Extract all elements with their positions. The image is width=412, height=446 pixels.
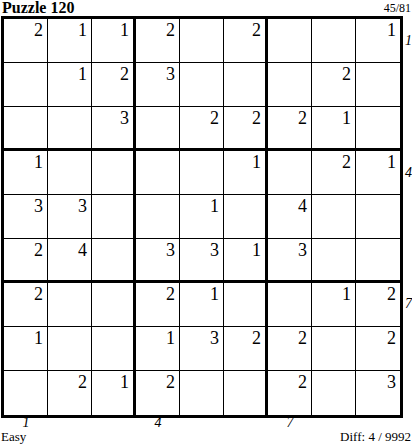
cell-r5c6[interactable] [224,195,268,239]
cell-r3c2[interactable] [48,107,92,151]
difficulty-label: Easy [1,430,26,443]
cell-r6c5[interactable]: 3 [180,239,224,283]
cell-r3c4[interactable] [136,107,180,151]
cell-r8c3[interactable] [92,327,136,371]
cell-r8c5[interactable]: 3 [180,327,224,371]
cell-r7c6[interactable] [224,283,268,327]
cell-r1c5[interactable] [180,19,224,63]
cell-r1c8[interactable] [312,19,356,63]
cell-r3c5[interactable]: 2 [180,107,224,151]
difficulty-stat: Diff: 4 / 9992 [340,430,411,443]
cell-r6c2[interactable]: 4 [48,239,92,283]
cell-r9c8[interactable] [312,371,356,415]
col-label-1: 1 [4,416,48,430]
cell-r7c7[interactable] [268,283,312,327]
cell-r6c9[interactable] [356,239,400,283]
sudoku-board: 2112211232322211121331424331322112113222… [1,16,403,418]
cell-r5c1[interactable]: 3 [4,195,48,239]
cell-r9c6[interactable] [224,371,268,415]
cell-r9c1[interactable] [4,371,48,415]
cell-r1c1[interactable]: 2 [4,19,48,63]
cell-r5c8[interactable] [312,195,356,239]
cell-r3c1[interactable] [4,107,48,151]
row-label-4: 4 [405,166,412,180]
cell-r4c8[interactable]: 2 [312,151,356,195]
cell-r9c2[interactable]: 2 [48,371,92,415]
cell-r3c7[interactable]: 2 [268,107,312,151]
cell-r4c1[interactable]: 1 [4,151,48,195]
cell-r9c9[interactable]: 3 [356,371,400,415]
cell-r1c9[interactable]: 1 [356,19,400,63]
cell-r2c6[interactable] [224,63,268,107]
cell-r8c9[interactable]: 2 [356,327,400,371]
cell-r4c9[interactable]: 1 [356,151,400,195]
row-label-7: 7 [405,297,412,311]
cell-r3c3[interactable]: 3 [92,107,136,151]
cell-r2c9[interactable] [356,63,400,107]
cell-r2c8[interactable]: 2 [312,63,356,107]
cell-r7c1[interactable]: 2 [4,283,48,327]
puzzle-page: Puzzle 120 45/81 21122112323222111213314… [0,0,412,446]
cell-r8c1[interactable]: 1 [4,327,48,371]
col-label-7: 7 [268,416,312,430]
cell-r8c4[interactable]: 1 [136,327,180,371]
cell-r5c9[interactable] [356,195,400,239]
cell-r4c3[interactable] [92,151,136,195]
cell-r6c1[interactable]: 2 [4,239,48,283]
cell-r5c5[interactable]: 1 [180,195,224,239]
cell-r4c5[interactable] [180,151,224,195]
cell-r4c7[interactable] [268,151,312,195]
cell-r2c5[interactable] [180,63,224,107]
cell-r4c6[interactable]: 1 [224,151,268,195]
cell-r5c2[interactable]: 3 [48,195,92,239]
cell-r6c8[interactable] [312,239,356,283]
cell-r2c2[interactable]: 1 [48,63,92,107]
cell-r8c6[interactable]: 2 [224,327,268,371]
cell-r5c7[interactable]: 4 [268,195,312,239]
cell-r7c9[interactable]: 2 [356,283,400,327]
cell-r1c7[interactable] [268,19,312,63]
row-label-1: 1 [405,34,412,48]
clue-count: 45/81 [384,2,411,14]
cell-r8c2[interactable] [48,327,92,371]
cell-r3c9[interactable] [356,107,400,151]
cell-r7c2[interactable] [48,283,92,327]
cell-r6c7[interactable]: 3 [268,239,312,283]
cell-r7c8[interactable]: 1 [312,283,356,327]
cell-r1c2[interactable]: 1 [48,19,92,63]
cell-r6c3[interactable] [92,239,136,283]
cell-r9c5[interactable] [180,371,224,415]
cell-r2c4[interactable]: 3 [136,63,180,107]
cell-r8c8[interactable] [312,327,356,371]
cell-r2c1[interactable] [4,63,48,107]
cell-r3c6[interactable]: 2 [224,107,268,151]
cell-r1c4[interactable]: 2 [136,19,180,63]
cell-r1c3[interactable]: 1 [92,19,136,63]
cell-r7c4[interactable]: 2 [136,283,180,327]
puzzle-title: Puzzle 120 [2,0,74,16]
cell-r3c8[interactable]: 1 [312,107,356,151]
cell-r5c4[interactable] [136,195,180,239]
cell-r4c4[interactable] [136,151,180,195]
cell-r1c6[interactable]: 2 [224,19,268,63]
cell-r5c3[interactable] [92,195,136,239]
col-label-4: 4 [136,416,180,430]
cell-r7c3[interactable] [92,283,136,327]
cell-r6c6[interactable]: 1 [224,239,268,283]
cell-r9c3[interactable]: 1 [92,371,136,415]
cell-r7c5[interactable]: 1 [180,283,224,327]
cell-r2c3[interactable]: 2 [92,63,136,107]
cell-r6c4[interactable]: 3 [136,239,180,283]
cell-r9c7[interactable]: 2 [268,371,312,415]
cell-r2c7[interactable] [268,63,312,107]
cell-r4c2[interactable] [48,151,92,195]
cell-r8c7[interactable]: 2 [268,327,312,371]
cell-r9c4[interactable]: 2 [136,371,180,415]
